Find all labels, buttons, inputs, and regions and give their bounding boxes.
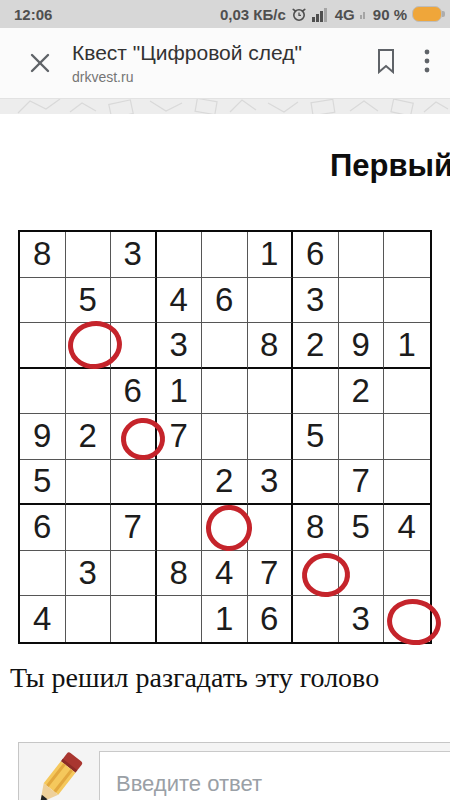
sudoku-cell-r9c8: 3 xyxy=(339,596,385,642)
signal-bars-icon xyxy=(312,7,330,22)
sudoku-cell-r9c7 xyxy=(293,596,339,642)
sudoku-cell-r9c6: 6 xyxy=(248,596,294,642)
sudoku-cell-r5c9 xyxy=(384,414,430,460)
sudoku-cell-r7c3: 7 xyxy=(111,505,157,551)
sudoku-cell-r2c7: 3 xyxy=(293,278,339,324)
sudoku-cell-r7c1: 6 xyxy=(20,505,66,551)
status-bar: 12:06 0,03 КБ/с 4G xyxy=(0,0,450,28)
sudoku-cell-r9c3 xyxy=(111,596,157,642)
sudoku-cell-r9c1: 4 xyxy=(20,596,66,642)
sudoku-cell-r2c5: 6 xyxy=(202,278,248,324)
page-url: drkvest.ru xyxy=(72,69,302,85)
body-text: Ты решил разгадать эту голово xyxy=(10,662,379,694)
sudoku-cell-r1c3: 3 xyxy=(111,232,157,278)
bookmark-icon[interactable] xyxy=(376,48,396,78)
sudoku-cell-r7c6 xyxy=(248,505,294,551)
sudoku-cell-r7c4 xyxy=(157,505,203,551)
sudoku-cell-r3c5 xyxy=(202,323,248,369)
sudoku-cell-r4c6 xyxy=(248,369,294,415)
sudoku-cell-r5c3 xyxy=(111,414,157,460)
sudoku-cell-r2c9 xyxy=(384,278,430,324)
sudoku-cell-r9c9 xyxy=(384,596,430,642)
sudoku-cell-r1c1: 8 xyxy=(20,232,66,278)
sudoku-cell-r5c8 xyxy=(339,414,385,460)
sudoku-cell-r1c6: 1 xyxy=(248,232,294,278)
sudoku-cell-r5c5 xyxy=(202,414,248,460)
sudoku-cell-r3c6: 8 xyxy=(248,323,294,369)
sudoku-cell-r9c2 xyxy=(66,596,112,642)
sudoku-cell-r2c1 xyxy=(20,278,66,324)
menu-kebab-icon[interactable] xyxy=(424,48,430,78)
sudoku-cell-r8c7 xyxy=(293,551,339,597)
sudoku-cell-r4c2 xyxy=(66,369,112,415)
sudoku-cell-r7c8: 5 xyxy=(339,505,385,551)
sudoku-cell-r4c3: 6 xyxy=(111,369,157,415)
page-pattern-strip xyxy=(0,99,450,114)
sudoku-cell-r1c2 xyxy=(66,232,112,278)
clock-time: 12:06 xyxy=(14,6,52,23)
sudoku-cell-r3c1 xyxy=(20,323,66,369)
sudoku-cell-r1c9 xyxy=(384,232,430,278)
sudoku-cell-r3c4: 3 xyxy=(157,323,203,369)
network-type: 4G xyxy=(335,6,355,23)
sudoku-cell-r8c6: 7 xyxy=(248,551,294,597)
sudoku-cell-r6c4 xyxy=(157,460,203,506)
sudoku-cell-r7c2 xyxy=(66,505,112,551)
sudoku-cell-r8c4: 8 xyxy=(157,551,203,597)
sudoku-cell-r5c4: 7 xyxy=(157,414,203,460)
battery-percent: 90 % xyxy=(373,6,407,23)
sim2-signal-icon xyxy=(360,9,368,19)
sudoku-cell-r6c5: 2 xyxy=(202,460,248,506)
sudoku-cell-r4c4: 1 xyxy=(157,369,203,415)
sudoku-cell-r2c8 xyxy=(339,278,385,324)
sudoku-cell-r1c4 xyxy=(157,232,203,278)
sudoku-cell-r8c3 xyxy=(111,551,157,597)
sudoku-cell-r7c5 xyxy=(202,505,248,551)
alarm-clock-icon xyxy=(291,6,307,22)
sudoku-cell-r2c6 xyxy=(248,278,294,324)
sudoku-cell-r2c4: 4 xyxy=(157,278,203,324)
sudoku-cell-r4c8: 2 xyxy=(339,369,385,415)
sudoku-cell-r4c5 xyxy=(202,369,248,415)
sudoku-cell-r8c5: 4 xyxy=(202,551,248,597)
sudoku-cell-r5c1: 9 xyxy=(20,414,66,460)
sudoku-cell-r6c8: 7 xyxy=(339,460,385,506)
sudoku-cell-r3c2 xyxy=(66,323,112,369)
sudoku-cell-r9c5: 1 xyxy=(202,596,248,642)
sudoku-cell-r7c7: 8 xyxy=(293,505,339,551)
pencil-icon xyxy=(27,749,89,800)
sudoku-cell-r3c3 xyxy=(111,323,157,369)
answer-panel xyxy=(18,742,450,800)
sudoku-cell-r6c9 xyxy=(384,460,430,506)
sudoku-cell-r4c1 xyxy=(20,369,66,415)
sudoku-cell-r8c9 xyxy=(384,551,430,597)
sudoku-cell-r8c2: 3 xyxy=(66,551,112,597)
sudoku-cell-r8c1 xyxy=(20,551,66,597)
sudoku-cell-r8c8 xyxy=(339,551,385,597)
sudoku-cell-r1c7: 6 xyxy=(293,232,339,278)
network-speed: 0,03 КБ/с xyxy=(220,6,286,23)
page-title: Квест "Цифровой след" xyxy=(72,41,302,65)
browser-toolbar: Квест "Цифровой след" drkvest.ru xyxy=(0,28,450,99)
close-icon[interactable] xyxy=(26,49,54,77)
sudoku-cell-r6c3 xyxy=(111,460,157,506)
sudoku-cell-r5c6 xyxy=(248,414,294,460)
sudoku-cell-r6c1: 5 xyxy=(20,460,66,506)
phone-screen: 12:06 0,03 КБ/с 4G xyxy=(0,0,450,800)
answer-input[interactable] xyxy=(99,751,450,800)
battery-icon xyxy=(412,6,442,22)
sudoku-cell-r2c3 xyxy=(111,278,157,324)
sudoku-cell-r3c9: 1 xyxy=(384,323,430,369)
sudoku-cell-r4c7 xyxy=(293,369,339,415)
sudoku-cell-r1c8 xyxy=(339,232,385,278)
sudoku-cell-r5c2: 2 xyxy=(66,414,112,460)
sudoku-grid: 8316546338291612927552376785438474163 xyxy=(18,230,432,644)
sudoku-cell-r6c6: 3 xyxy=(248,460,294,506)
sudoku-cell-r5c7: 5 xyxy=(293,414,339,460)
sudoku-cell-r2c2: 5 xyxy=(66,278,112,324)
sudoku-cell-r4c9 xyxy=(384,369,430,415)
sudoku-cell-r6c2 xyxy=(66,460,112,506)
sudoku-cell-r3c7: 2 xyxy=(293,323,339,369)
sudoku-cell-r1c5 xyxy=(202,232,248,278)
sudoku-cell-r9c4 xyxy=(157,596,203,642)
sudoku-cell-r6c7 xyxy=(293,460,339,506)
page-heading: Первый xyxy=(330,148,450,184)
sudoku-cell-r7c9: 4 xyxy=(384,505,430,551)
sudoku-cell-r3c8: 9 xyxy=(339,323,385,369)
